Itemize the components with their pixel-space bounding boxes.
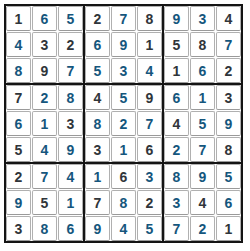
cell-r1c8[interactable]: 3 — [190, 6, 215, 31]
cell-r4c7[interactable]: 6 — [164, 85, 189, 110]
cell-r2c4[interactable]: 6 — [85, 32, 110, 57]
cell-r2c3[interactable]: 2 — [58, 32, 83, 57]
cell-r3c6[interactable]: 4 — [137, 58, 162, 83]
cell-r3c8[interactable]: 6 — [190, 58, 215, 83]
cell-r5c3[interactable]: 3 — [58, 111, 83, 136]
cell-r4c4[interactable]: 4 — [85, 85, 110, 110]
box-6: 613459278 — [164, 85, 241, 162]
box-2: 278691534 — [85, 6, 162, 83]
cell-r5c4[interactable]: 8 — [85, 111, 110, 136]
cell-r2c6[interactable]: 1 — [137, 32, 162, 57]
cell-r9c8[interactable]: 2 — [190, 216, 215, 241]
cell-r7c5[interactable]: 6 — [111, 164, 136, 189]
cell-r3c1[interactable]: 8 — [6, 58, 31, 83]
cell-r2c7[interactable]: 5 — [164, 32, 189, 57]
cell-r1c1[interactable]: 1 — [6, 6, 31, 31]
box-5: 459827316 — [85, 85, 162, 162]
cell-r9c4[interactable]: 9 — [85, 216, 110, 241]
cell-r3c4[interactable]: 5 — [85, 58, 110, 83]
cell-r6c2[interactable]: 4 — [32, 137, 57, 162]
cell-r8c8[interactable]: 4 — [190, 190, 215, 215]
cell-r8c2[interactable]: 5 — [32, 190, 57, 215]
box-3: 934587162 — [164, 6, 241, 83]
cell-r6c4[interactable]: 3 — [85, 137, 110, 162]
cell-r4c8[interactable]: 1 — [190, 85, 215, 110]
box-8: 163782945 — [85, 164, 162, 241]
cell-r7c7[interactable]: 8 — [164, 164, 189, 189]
sudoku-board: 1654328972786915349345871627286135494598… — [0, 0, 250, 247]
cell-r2c2[interactable]: 3 — [32, 32, 57, 57]
cell-r1c4[interactable]: 2 — [85, 6, 110, 31]
cell-r7c8[interactable]: 9 — [190, 164, 215, 189]
cell-r1c2[interactable]: 6 — [32, 6, 57, 31]
box-1: 165432897 — [6, 6, 83, 83]
cell-r8c1[interactable]: 9 — [6, 190, 31, 215]
cell-r8c4[interactable]: 7 — [85, 190, 110, 215]
cell-r4c1[interactable]: 7 — [6, 85, 31, 110]
cell-r5c8[interactable]: 5 — [190, 111, 215, 136]
cell-r4c9[interactable]: 3 — [216, 85, 241, 110]
sudoku-grid: 1654328972786915349345871627286135494598… — [4, 4, 243, 243]
cell-r7c9[interactable]: 5 — [216, 164, 241, 189]
cell-r1c7[interactable]: 9 — [164, 6, 189, 31]
cell-r1c6[interactable]: 8 — [137, 6, 162, 31]
cell-r6c7[interactable]: 2 — [164, 137, 189, 162]
cell-r6c3[interactable]: 9 — [58, 137, 83, 162]
cell-r2c5[interactable]: 9 — [111, 32, 136, 57]
cell-r6c5[interactable]: 1 — [111, 137, 136, 162]
cell-r5c5[interactable]: 2 — [111, 111, 136, 136]
cell-r7c3[interactable]: 4 — [58, 164, 83, 189]
cell-r9c6[interactable]: 5 — [137, 216, 162, 241]
cell-r8c5[interactable]: 8 — [111, 190, 136, 215]
cell-r8c9[interactable]: 6 — [216, 190, 241, 215]
cell-r5c1[interactable]: 6 — [6, 111, 31, 136]
cell-r8c7[interactable]: 3 — [164, 190, 189, 215]
cell-r7c6[interactable]: 3 — [137, 164, 162, 189]
cell-r2c1[interactable]: 4 — [6, 32, 31, 57]
cell-r4c5[interactable]: 5 — [111, 85, 136, 110]
cell-r4c2[interactable]: 2 — [32, 85, 57, 110]
cell-r9c9[interactable]: 1 — [216, 216, 241, 241]
cell-r7c2[interactable]: 7 — [32, 164, 57, 189]
cell-r9c2[interactable]: 8 — [32, 216, 57, 241]
cell-r1c3[interactable]: 5 — [58, 6, 83, 31]
cell-r7c4[interactable]: 1 — [85, 164, 110, 189]
cell-r3c5[interactable]: 3 — [111, 58, 136, 83]
cell-r8c6[interactable]: 2 — [137, 190, 162, 215]
box-4: 728613549 — [6, 85, 83, 162]
cell-r9c3[interactable]: 6 — [58, 216, 83, 241]
cell-r2c9[interactable]: 7 — [216, 32, 241, 57]
cell-r3c9[interactable]: 2 — [216, 58, 241, 83]
cell-r2c8[interactable]: 8 — [190, 32, 215, 57]
cell-r3c2[interactable]: 9 — [32, 58, 57, 83]
cell-r4c6[interactable]: 9 — [137, 85, 162, 110]
cell-r3c7[interactable]: 1 — [164, 58, 189, 83]
cell-r9c5[interactable]: 4 — [111, 216, 136, 241]
cell-r6c1[interactable]: 5 — [6, 137, 31, 162]
cell-r9c7[interactable]: 7 — [164, 216, 189, 241]
box-9: 895346721 — [164, 164, 241, 241]
cell-r9c1[interactable]: 3 — [6, 216, 31, 241]
cell-r5c2[interactable]: 1 — [32, 111, 57, 136]
cell-r6c6[interactable]: 6 — [137, 137, 162, 162]
cell-r6c8[interactable]: 7 — [190, 137, 215, 162]
cell-r1c5[interactable]: 7 — [111, 6, 136, 31]
cell-r5c6[interactable]: 7 — [137, 111, 162, 136]
cell-r6c9[interactable]: 8 — [216, 137, 241, 162]
cell-r8c3[interactable]: 1 — [58, 190, 83, 215]
cell-r5c9[interactable]: 9 — [216, 111, 241, 136]
cell-r7c1[interactable]: 2 — [6, 164, 31, 189]
cell-r1c9[interactable]: 4 — [216, 6, 241, 31]
cell-r4c3[interactable]: 8 — [58, 85, 83, 110]
cell-r5c7[interactable]: 4 — [164, 111, 189, 136]
box-7: 274951386 — [6, 164, 83, 241]
cell-r3c3[interactable]: 7 — [58, 58, 83, 83]
